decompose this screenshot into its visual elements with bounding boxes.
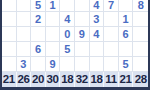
cell-digit: 6 <box>35 44 41 55</box>
cell-digit: 0 <box>64 29 70 40</box>
grid-cell-r4c8[interactable] <box>104 42 119 57</box>
cell-digit: 6 <box>123 29 129 40</box>
grid-cell-r4c10[interactable] <box>133 42 148 57</box>
column-sum-8: 11 <box>104 72 119 87</box>
column-sum-10: 28 <box>133 72 148 87</box>
grid-cell-r2c2[interactable] <box>17 12 32 27</box>
grid-cell-r5c10[interactable] <box>133 57 148 72</box>
grid-cell-r4c4[interactable] <box>46 42 61 57</box>
grid-cell-r4c9[interactable] <box>119 42 134 57</box>
column-sums-row: 21262030183218112128 <box>2 72 148 87</box>
grid-cell-r2c5[interactable]: 4 <box>60 12 75 27</box>
grid-cell-r3c1[interactable] <box>2 27 17 42</box>
column-sum-1: 21 <box>2 72 17 87</box>
grid-cell-r2c10[interactable] <box>133 12 148 27</box>
grid-cell-r4c1[interactable] <box>2 42 17 57</box>
grid-cell-r1c5[interactable] <box>60 0 75 12</box>
grid-cell-r4c2[interactable] <box>17 42 32 57</box>
puzzle-board: 514782431094665395 21262030183218112128 <box>0 0 150 90</box>
grid-cell-r5c3[interactable] <box>31 57 46 72</box>
digit-grid: 514782431094665395 <box>2 0 148 72</box>
grid-cell-r3c8[interactable] <box>104 27 119 42</box>
column-sum-3: 20 <box>31 72 46 87</box>
grid-cell-r5c8[interactable] <box>104 57 119 72</box>
grid-cell-r2c3[interactable]: 2 <box>31 12 46 27</box>
grid-cell-r3c4[interactable] <box>46 27 61 42</box>
column-sum-4: 30 <box>46 72 61 87</box>
grid-cell-r1c10[interactable]: 8 <box>133 0 148 12</box>
grid-cell-r2c4[interactable] <box>46 12 61 27</box>
grid-cell-r5c4[interactable]: 9 <box>46 57 61 72</box>
cell-digit: 5 <box>64 44 70 55</box>
grid-cell-r3c3[interactable] <box>31 27 46 42</box>
grid-cell-r2c8[interactable] <box>104 12 119 27</box>
grid-cell-r4c6[interactable] <box>75 42 90 57</box>
grid-cell-r5c7[interactable] <box>90 57 105 72</box>
grid-cell-r3c9[interactable]: 6 <box>119 27 134 42</box>
cell-digit: 4 <box>93 29 99 40</box>
grid-cell-r5c1[interactable] <box>2 57 17 72</box>
grid-cell-r2c9[interactable]: 1 <box>119 12 134 27</box>
column-sum-7: 18 <box>90 72 105 87</box>
cell-digit: 7 <box>108 0 114 11</box>
cell-digit: 1 <box>123 14 129 25</box>
cell-digit: 1 <box>50 0 56 11</box>
grid-cell-r3c5[interactable]: 0 <box>60 27 75 42</box>
grid-cell-r1c7[interactable]: 4 <box>90 0 105 12</box>
grid-cell-r3c7[interactable]: 4 <box>90 27 105 42</box>
grid-cell-r1c3[interactable]: 5 <box>31 0 46 12</box>
grid-cell-r4c5[interactable]: 5 <box>60 42 75 57</box>
grid-cell-r2c7[interactable]: 3 <box>90 12 105 27</box>
grid-cell-r4c7[interactable] <box>90 42 105 57</box>
column-sum-6: 32 <box>75 72 90 87</box>
cell-digit: 2 <box>35 14 41 25</box>
cell-digit: 4 <box>64 14 70 25</box>
grid-cell-r1c9[interactable] <box>119 0 134 12</box>
grid-cell-r1c1[interactable] <box>2 0 17 12</box>
grid-cell-r1c6[interactable] <box>75 0 90 12</box>
grid-cell-r1c2[interactable] <box>17 0 32 12</box>
grid-cell-r5c5[interactable] <box>60 57 75 72</box>
cell-digit: 5 <box>35 0 41 11</box>
grid-cell-r3c6[interactable]: 9 <box>75 27 90 42</box>
grid-cell-r2c1[interactable] <box>2 12 17 27</box>
grid-cell-r4c3[interactable]: 6 <box>31 42 46 57</box>
grid-cell-r5c6[interactable] <box>75 57 90 72</box>
grid-cell-r3c10[interactable] <box>133 27 148 42</box>
column-sum-5: 18 <box>60 72 75 87</box>
grid-cell-r1c4[interactable]: 1 <box>46 0 61 12</box>
cell-digit: 9 <box>79 29 85 40</box>
cell-digit: 3 <box>20 59 26 70</box>
grid-cell-r5c9[interactable]: 5 <box>119 57 134 72</box>
grid-cell-r1c8[interactable]: 7 <box>104 0 119 12</box>
grid-cell-r5c2[interactable]: 3 <box>17 57 32 72</box>
cell-digit: 5 <box>123 59 129 70</box>
cell-digit: 3 <box>93 14 99 25</box>
grid-cell-r3c2[interactable] <box>17 27 32 42</box>
cell-digit: 9 <box>50 59 56 70</box>
cell-digit: 4 <box>93 0 99 11</box>
column-sum-9: 21 <box>119 72 134 87</box>
grid-cell-r2c6[interactable] <box>75 12 90 27</box>
cell-digit: 8 <box>138 0 144 11</box>
column-sum-2: 26 <box>17 72 32 87</box>
